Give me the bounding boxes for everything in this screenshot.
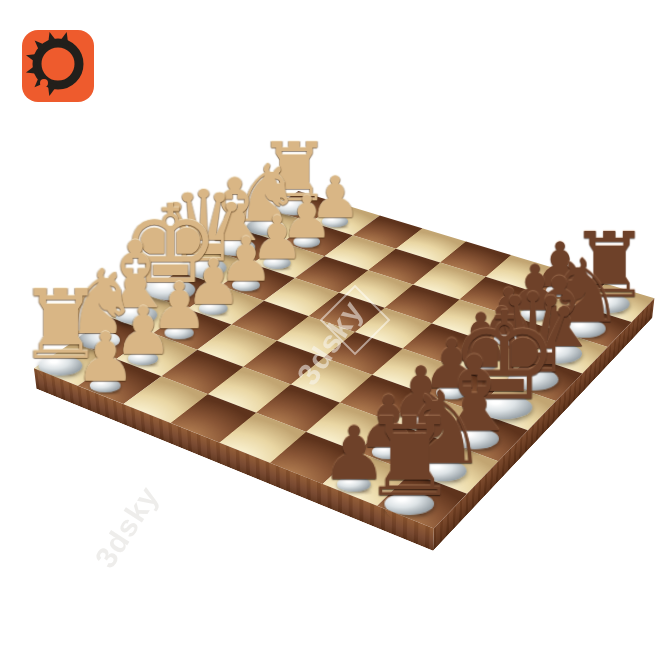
watermark-text-secondary: 3dsky [88,480,166,574]
chess-board: ♜♟♟♜♞♟♟♞♝♟♟♝♛♟♟♛♚♟♟♚♝♟♟♝♞♟♟♞♜♟♟♜ [34,191,654,529]
square-h8: ♜ [377,472,467,528]
watermark-3dsky-secondary: 3dsky [62,480,202,590]
corona-icon [22,30,94,102]
corona-renderer-logo [22,30,94,102]
black-rook: ♜ [361,404,458,513]
white-pawn: ♟ [75,324,136,392]
render-canvas: ♜♟♟♜♞♟♟♞♝♟♟♝♛♟♟♛♚♟♟♚♝♟♟♝♞♟♟♞♜♟♟♜ 3dsky 3… [0,0,670,670]
